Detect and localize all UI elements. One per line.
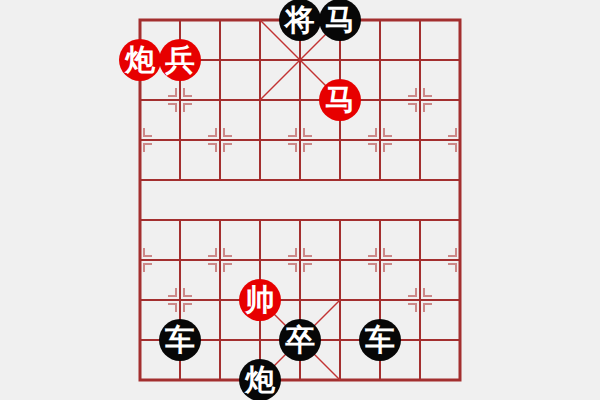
piece-red-horse[interactable]: 马 — [319, 79, 361, 121]
piece-black-chariot[interactable]: 车 — [359, 319, 401, 361]
piece-black-horse[interactable]: 马 — [319, 0, 361, 41]
piece-red-cannon[interactable]: 炮 — [119, 39, 161, 81]
piece-black-general[interactable]: 将 — [279, 0, 321, 41]
pieces-layer: 将马炮兵马帅车卒车炮 — [120, 0, 480, 400]
piece-black-soldier[interactable]: 卒 — [279, 319, 321, 361]
piece-red-general[interactable]: 帅 — [239, 279, 281, 321]
piece-black-chariot[interactable]: 车 — [159, 319, 201, 361]
piece-red-soldier[interactable]: 兵 — [159, 39, 201, 81]
xiangqi-diagram: 将马炮兵马帅车卒车炮 — [0, 0, 600, 400]
piece-black-cannon[interactable]: 炮 — [239, 359, 281, 400]
